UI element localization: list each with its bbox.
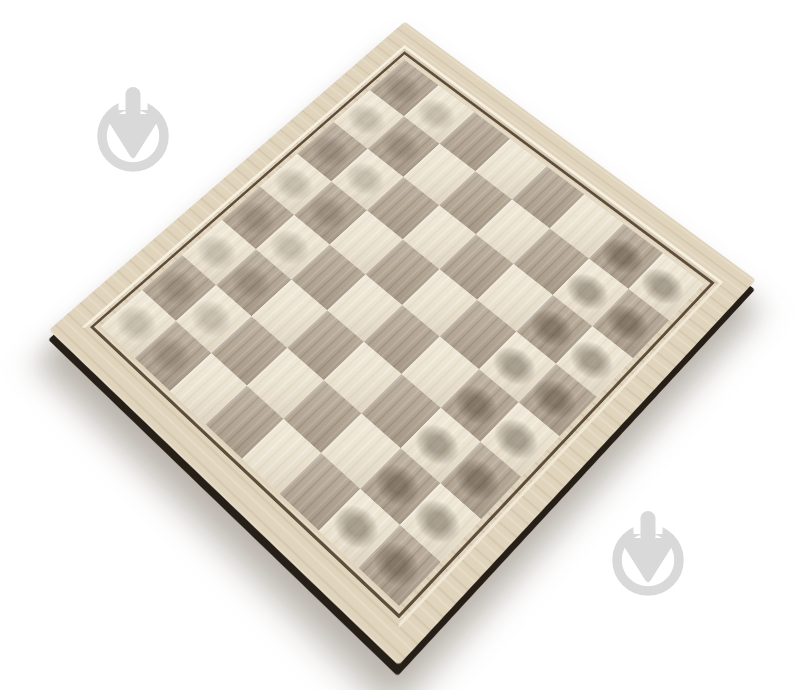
watermark-down-arrow-icon — [83, 71, 183, 186]
piece-black-rook: ♜ — [361, 457, 438, 574]
product-photo-canvas: ♜♟♟♜♞♟♟♞♝♟♟♝♛♟♟♛♚♟♟♚♝♟♟♝♞♟♟♞♜♟♟♜ — [0, 0, 799, 690]
square-e4 — [327, 274, 402, 342]
piece-white-pawn: ♟ — [144, 275, 201, 361]
watermark-down-arrow-icon — [598, 495, 698, 610]
square-h8: ♜ — [358, 525, 441, 606]
